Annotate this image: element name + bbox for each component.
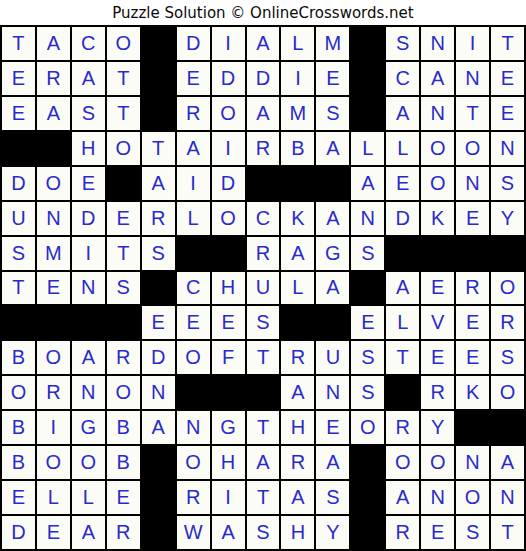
letter-cell: C	[385, 61, 420, 96]
letter-cell: M	[280, 96, 315, 131]
letter-cell: A	[246, 445, 281, 480]
letter-cell: E	[420, 271, 455, 306]
letter-cell: R	[176, 96, 211, 131]
letter-cell: A	[71, 61, 106, 96]
letter-cell: R	[246, 131, 281, 166]
letter-cell: R	[455, 271, 490, 306]
letter-cell: S	[455, 515, 490, 550]
black-cell	[71, 305, 106, 340]
letter-cell: R	[420, 375, 455, 410]
letter-cell: T	[1, 271, 36, 306]
letter-cell: O	[1, 375, 36, 410]
letter-cell: D	[246, 61, 281, 96]
black-cell	[385, 375, 420, 410]
letter-cell: Y	[315, 515, 350, 550]
black-cell	[211, 236, 246, 271]
letter-cell: E	[36, 271, 71, 306]
letter-cell: L	[385, 131, 420, 166]
letter-cell: T	[490, 26, 525, 61]
black-cell	[455, 410, 490, 445]
black-cell	[315, 305, 350, 340]
letter-cell: H	[71, 131, 106, 166]
letter-cell: M	[315, 26, 350, 61]
letter-cell: G	[71, 410, 106, 445]
letter-cell: E	[490, 96, 525, 131]
page-title: Puzzle Solution © OnlineCrosswords.net	[0, 0, 526, 25]
crossword-grid: TACODIALMSNITERATEDDIECANEEASTROAMSANTEH…	[0, 25, 526, 551]
letter-cell: T	[455, 96, 490, 131]
letter-cell: T	[106, 96, 141, 131]
letter-cell: T	[141, 131, 176, 166]
letter-cell: B	[1, 340, 36, 375]
letter-cell: R	[385, 515, 420, 550]
letter-cell: O	[211, 96, 246, 131]
letter-cell: D	[385, 201, 420, 236]
letter-cell: A	[246, 96, 281, 131]
letter-cell: N	[71, 375, 106, 410]
letter-cell: E	[36, 515, 71, 550]
letter-cell: U	[1, 201, 36, 236]
letter-cell: S	[385, 26, 420, 61]
letter-cell: B	[1, 410, 36, 445]
letter-cell: O	[420, 131, 455, 166]
black-cell	[350, 26, 385, 61]
letter-cell: A	[71, 340, 106, 375]
letter-cell: K	[455, 375, 490, 410]
letter-cell: S	[490, 340, 525, 375]
letter-cell: C	[246, 201, 281, 236]
letter-cell: D	[141, 340, 176, 375]
letter-cell: V	[420, 305, 455, 340]
letter-cell: R	[106, 340, 141, 375]
black-cell	[246, 375, 281, 410]
letter-cell: S	[141, 236, 176, 271]
letter-cell: O	[36, 166, 71, 201]
letter-cell: A	[246, 26, 281, 61]
letter-cell: G	[315, 236, 350, 271]
letter-cell: I	[455, 26, 490, 61]
black-cell	[141, 445, 176, 480]
black-cell	[420, 236, 455, 271]
letter-cell: E	[1, 96, 36, 131]
letter-cell: L	[350, 131, 385, 166]
letter-cell: I	[211, 131, 246, 166]
letter-cell: E	[350, 305, 385, 340]
letter-cell: Y	[420, 410, 455, 445]
letter-cell: H	[211, 271, 246, 306]
letter-cell: S	[246, 305, 281, 340]
letter-cell: O	[36, 340, 71, 375]
letter-cell: T	[246, 410, 281, 445]
letter-cell: B	[1, 445, 36, 480]
letter-cell: S	[106, 271, 141, 306]
letter-cell: R	[36, 375, 71, 410]
letter-cell: B	[280, 131, 315, 166]
letter-cell: U	[315, 340, 350, 375]
letter-cell: E	[490, 61, 525, 96]
letter-cell: T	[106, 236, 141, 271]
black-cell	[350, 445, 385, 480]
letter-cell: A	[176, 131, 211, 166]
letter-cell: A	[36, 96, 71, 131]
letter-cell: L	[280, 271, 315, 306]
letter-cell: O	[385, 445, 420, 480]
letter-cell: E	[455, 305, 490, 340]
letter-cell: A	[315, 445, 350, 480]
black-cell	[176, 375, 211, 410]
letter-cell: O	[455, 131, 490, 166]
letter-cell: K	[420, 201, 455, 236]
letter-cell: I	[211, 26, 246, 61]
letter-cell: R	[36, 61, 71, 96]
letter-cell: T	[246, 480, 281, 515]
letter-cell: A	[36, 26, 71, 61]
letter-cell: G	[211, 410, 246, 445]
letter-cell: A	[315, 201, 350, 236]
letter-cell: Y	[490, 201, 525, 236]
letter-cell: D	[176, 26, 211, 61]
black-cell	[350, 96, 385, 131]
letter-cell: E	[106, 480, 141, 515]
letter-cell: E	[455, 340, 490, 375]
black-cell	[211, 375, 246, 410]
black-cell	[106, 166, 141, 201]
letter-cell: U	[246, 271, 281, 306]
letter-cell: A	[280, 236, 315, 271]
letter-cell: D	[1, 166, 36, 201]
letter-cell: E	[420, 515, 455, 550]
letter-cell: I	[71, 236, 106, 271]
black-cell	[176, 236, 211, 271]
letter-cell: B	[106, 410, 141, 445]
letter-cell: S	[315, 480, 350, 515]
letter-cell: O	[455, 480, 490, 515]
letter-cell: O	[106, 375, 141, 410]
letter-cell: T	[490, 515, 525, 550]
letter-cell: O	[490, 375, 525, 410]
letter-cell: A	[280, 375, 315, 410]
black-cell	[141, 480, 176, 515]
black-cell	[350, 61, 385, 96]
letter-cell: W	[176, 515, 211, 550]
black-cell	[490, 410, 525, 445]
black-cell	[141, 96, 176, 131]
letter-cell: H	[280, 410, 315, 445]
letter-cell: R	[246, 236, 281, 271]
letter-cell: L	[280, 26, 315, 61]
black-cell	[1, 305, 36, 340]
letter-cell: O	[106, 26, 141, 61]
black-cell	[141, 61, 176, 96]
letter-cell: S	[1, 236, 36, 271]
letter-cell: A	[71, 515, 106, 550]
letter-cell: S	[350, 340, 385, 375]
letter-cell: S	[350, 375, 385, 410]
letter-cell: S	[490, 166, 525, 201]
letter-cell: B	[106, 445, 141, 480]
letter-cell: S	[71, 96, 106, 131]
letter-cell: O	[420, 445, 455, 480]
letter-cell: R	[490, 305, 525, 340]
black-cell	[106, 305, 141, 340]
letter-cell: A	[350, 166, 385, 201]
letter-cell: D	[1, 515, 36, 550]
letter-cell: I	[36, 410, 71, 445]
letter-cell: O	[211, 201, 246, 236]
letter-cell: O	[176, 340, 211, 375]
letter-cell: H	[280, 515, 315, 550]
letter-cell: N	[176, 410, 211, 445]
letter-cell: L	[385, 305, 420, 340]
letter-cell: A	[385, 96, 420, 131]
letter-cell: N	[141, 375, 176, 410]
black-cell	[490, 236, 525, 271]
letter-cell: A	[385, 271, 420, 306]
letter-cell: O	[176, 445, 211, 480]
black-cell	[280, 305, 315, 340]
letter-cell: R	[176, 480, 211, 515]
puzzle-page: Puzzle Solution © OnlineCrosswords.net T…	[0, 0, 526, 551]
letter-cell: T	[1, 26, 36, 61]
letter-cell: N	[455, 166, 490, 201]
black-cell	[36, 305, 71, 340]
letter-cell: R	[106, 515, 141, 550]
letter-cell: N	[420, 480, 455, 515]
letter-cell: A	[385, 480, 420, 515]
letter-cell: R	[280, 340, 315, 375]
black-cell	[141, 271, 176, 306]
letter-cell: C	[176, 271, 211, 306]
black-cell	[1, 131, 36, 166]
letter-cell: S	[246, 515, 281, 550]
letter-cell: L	[176, 201, 211, 236]
black-cell	[141, 26, 176, 61]
letter-cell: D	[211, 61, 246, 96]
letter-cell: E	[420, 340, 455, 375]
letter-cell: N	[420, 26, 455, 61]
black-cell	[455, 236, 490, 271]
letter-cell: I	[211, 480, 246, 515]
letter-cell: R	[385, 410, 420, 445]
black-cell	[36, 131, 71, 166]
letter-cell: E	[1, 61, 36, 96]
letter-cell: I	[176, 166, 211, 201]
letter-cell: A	[420, 61, 455, 96]
black-cell	[350, 271, 385, 306]
letter-cell: A	[141, 166, 176, 201]
letter-cell: A	[490, 445, 525, 480]
letter-cell: L	[71, 480, 106, 515]
letter-cell: T	[106, 61, 141, 96]
letter-cell: O	[71, 445, 106, 480]
letter-cell: A	[280, 480, 315, 515]
letter-cell: T	[246, 340, 281, 375]
letter-cell: A	[315, 271, 350, 306]
letter-cell: A	[315, 131, 350, 166]
letter-cell: S	[315, 96, 350, 131]
letter-cell: D	[71, 201, 106, 236]
letter-cell: N	[490, 131, 525, 166]
letter-cell: N	[36, 201, 71, 236]
letter-cell: A	[141, 410, 176, 445]
black-cell	[315, 166, 350, 201]
letter-cell: E	[315, 61, 350, 96]
letter-cell: E	[211, 305, 246, 340]
black-cell	[141, 515, 176, 550]
letter-cell: M	[36, 236, 71, 271]
letter-cell: N	[420, 96, 455, 131]
letter-cell: E	[176, 61, 211, 96]
letter-cell: O	[420, 166, 455, 201]
letter-cell: O	[36, 445, 71, 480]
letter-cell: N	[455, 445, 490, 480]
letter-cell: D	[211, 166, 246, 201]
letter-cell: N	[71, 271, 106, 306]
letter-cell: E	[455, 201, 490, 236]
letter-cell: R	[280, 445, 315, 480]
letter-cell: T	[385, 340, 420, 375]
black-cell	[385, 236, 420, 271]
letter-cell: C	[71, 26, 106, 61]
letter-cell: E	[106, 201, 141, 236]
letter-cell: F	[211, 340, 246, 375]
letter-cell: E	[176, 305, 211, 340]
letter-cell: H	[211, 445, 246, 480]
letter-cell: I	[280, 61, 315, 96]
black-cell	[350, 515, 385, 550]
letter-cell: E	[1, 480, 36, 515]
letter-cell: E	[141, 305, 176, 340]
letter-cell: E	[385, 166, 420, 201]
letter-cell: O	[106, 131, 141, 166]
black-cell	[280, 166, 315, 201]
letter-cell: O	[490, 271, 525, 306]
letter-cell: A	[211, 515, 246, 550]
letter-cell: E	[71, 166, 106, 201]
letter-cell: E	[315, 410, 350, 445]
black-cell	[246, 166, 281, 201]
letter-cell: L	[36, 480, 71, 515]
letter-cell: O	[350, 410, 385, 445]
letter-cell: N	[350, 201, 385, 236]
letter-cell: S	[350, 236, 385, 271]
letter-cell: N	[490, 480, 525, 515]
letter-cell: N	[455, 61, 490, 96]
letter-cell: K	[280, 201, 315, 236]
black-cell	[350, 480, 385, 515]
letter-cell: N	[315, 375, 350, 410]
letter-cell: R	[141, 201, 176, 236]
